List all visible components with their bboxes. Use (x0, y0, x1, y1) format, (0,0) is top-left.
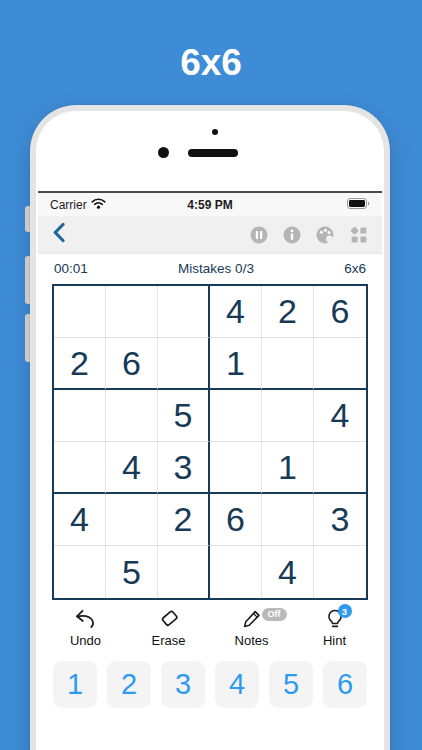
page: 6x6 Carrier 4:59 PM (0, 0, 422, 750)
cell-r2c3[interactable] (158, 338, 210, 390)
numpad-key-6[interactable]: 6 (323, 661, 367, 708)
earpiece-speaker (188, 149, 238, 157)
cell-r6c4[interactable] (210, 546, 262, 598)
notes-off-badge: Off (262, 608, 287, 621)
cell-r1c5[interactable]: 2 (262, 286, 314, 338)
cell-r2c5[interactable] (262, 338, 314, 390)
cell-r4c2[interactable]: 4 (106, 442, 158, 494)
hint-button[interactable]: 3 Hint (300, 608, 370, 648)
cell-r3c2[interactable] (106, 390, 158, 442)
cell-r1c2[interactable] (106, 286, 158, 338)
notes-label: Notes (235, 633, 269, 648)
numpad-key-1[interactable]: 1 (53, 661, 97, 708)
numpad: 123456 (38, 661, 382, 708)
board-size-label: 6x6 (344, 261, 366, 276)
cell-r5c2[interactable] (106, 494, 158, 546)
undo-icon (74, 608, 97, 630)
wifi-icon (91, 198, 106, 212)
eraser-icon (158, 608, 180, 630)
phone-frame: Carrier 4:59 PM (30, 105, 390, 750)
mistakes-counter: Mistakes 0/3 (88, 261, 344, 276)
hint-label: Hint (323, 633, 346, 648)
cell-r2c1[interactable]: 2 (54, 338, 106, 390)
cell-r1c1[interactable] (54, 286, 106, 338)
notes-button[interactable]: Off Notes (217, 608, 287, 648)
erase-button[interactable]: Erase (134, 608, 204, 648)
battery-icon (347, 198, 370, 212)
erase-label: Erase (152, 633, 186, 648)
cell-r6c3[interactable] (158, 546, 210, 598)
clock: 4:59 PM (140, 198, 280, 212)
cell-r3c3[interactable]: 5 (158, 390, 210, 442)
cell-r5c6[interactable]: 3 (314, 494, 366, 546)
pause-icon[interactable] (250, 226, 268, 244)
cell-r4c1[interactable] (54, 442, 106, 494)
lightbulb-icon: 3 (326, 608, 344, 630)
carrier-label: Carrier (50, 198, 87, 212)
cell-r6c5[interactable]: 4 (262, 546, 314, 598)
cell-r1c6[interactable]: 6 (314, 286, 366, 338)
undo-button[interactable]: Undo (51, 608, 121, 648)
cell-r2c6[interactable] (314, 338, 366, 390)
front-camera (158, 147, 169, 158)
cell-r1c3[interactable] (158, 286, 210, 338)
status-bar: Carrier 4:59 PM (38, 193, 382, 216)
info-icon[interactable] (283, 226, 301, 244)
phone-screen: Carrier 4:59 PM (38, 191, 382, 750)
numpad-key-5[interactable]: 5 (269, 661, 313, 708)
cell-r3c4[interactable] (210, 390, 262, 442)
cell-r3c5[interactable] (262, 390, 314, 442)
nav-bar (38, 216, 382, 254)
cell-r5c3[interactable]: 2 (158, 494, 210, 546)
cell-r3c6[interactable]: 4 (314, 390, 366, 442)
themes-icon[interactable] (350, 226, 368, 244)
sudoku-board: 42626154431426354 (52, 284, 368, 600)
hint-count-badge: 3 (338, 604, 352, 618)
cell-r1c4[interactable]: 4 (210, 286, 262, 338)
cell-r5c1[interactable]: 4 (54, 494, 106, 546)
cell-r4c5[interactable]: 1 (262, 442, 314, 494)
pencil-icon: Off (242, 608, 262, 630)
numpad-key-2[interactable]: 2 (107, 661, 151, 708)
cell-r6c2[interactable]: 5 (106, 546, 158, 598)
game-info-row: 00:01 Mistakes 0/3 6x6 (38, 254, 382, 283)
cell-r4c6[interactable] (314, 442, 366, 494)
numpad-key-3[interactable]: 3 (161, 661, 205, 708)
cell-r2c2[interactable]: 6 (106, 338, 158, 390)
palette-icon[interactable] (316, 226, 335, 244)
undo-label: Undo (70, 633, 101, 648)
numpad-key-4[interactable]: 4 (215, 661, 259, 708)
cell-r6c6[interactable] (314, 546, 366, 598)
toolbar: Undo Erase O (38, 600, 382, 648)
cell-r5c4[interactable]: 6 (210, 494, 262, 546)
cell-r4c3[interactable]: 3 (158, 442, 210, 494)
page-title: 6x6 (0, 42, 422, 84)
cell-r3c1[interactable] (54, 390, 106, 442)
cell-r4c4[interactable] (210, 442, 262, 494)
back-button[interactable] (52, 220, 82, 250)
chevron-left-icon (52, 222, 65, 247)
sensor-dot (212, 129, 218, 135)
timer: 00:01 (54, 261, 88, 276)
cell-r5c5[interactable] (262, 494, 314, 546)
cell-r2c4[interactable]: 1 (210, 338, 262, 390)
cell-r6c1[interactable] (54, 546, 106, 598)
